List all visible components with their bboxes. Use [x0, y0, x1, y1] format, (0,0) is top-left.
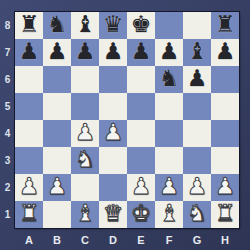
square-b7[interactable]: ♟ — [43, 39, 71, 66]
square-c7[interactable]: ♟ — [71, 39, 99, 66]
piece-black-pawn[interactable]: ♟ — [215, 40, 236, 63]
piece-white-pawn[interactable]: ♟ — [215, 175, 236, 198]
chess-diagram: 87654321 ♜♞♝♛♚♜♟♟♟♟♟♟♝♟♞♟♟♟♞♟♟♟♟♟♟♜♝♛♚♝♞… — [0, 0, 250, 250]
square-g7[interactable]: ♝ — [183, 39, 211, 66]
square-f6[interactable]: ♞ — [155, 66, 183, 93]
square-e7[interactable]: ♟ — [127, 39, 155, 66]
rank-label-4: 4 — [0, 120, 15, 147]
square-d3[interactable] — [99, 147, 127, 174]
piece-black-pawn[interactable]: ♟ — [159, 40, 180, 63]
square-a7[interactable]: ♟ — [15, 39, 43, 66]
piece-white-pawn[interactable]: ♟ — [187, 175, 208, 198]
piece-black-pawn[interactable]: ♟ — [75, 40, 96, 63]
square-e8[interactable]: ♚ — [127, 12, 155, 39]
piece-white-queen[interactable]: ♛ — [103, 202, 124, 225]
square-f7[interactable]: ♟ — [155, 39, 183, 66]
rank-label-6: 6 — [0, 66, 15, 93]
piece-black-rook[interactable]: ♜ — [215, 13, 236, 36]
square-h4[interactable] — [211, 120, 239, 147]
square-c2[interactable] — [71, 174, 99, 201]
square-a6[interactable] — [15, 66, 43, 93]
piece-black-pawn[interactable]: ♟ — [103, 40, 124, 63]
piece-white-pawn[interactable]: ♟ — [19, 175, 40, 198]
square-e2[interactable]: ♟ — [127, 174, 155, 201]
chess-board[interactable]: ♜♞♝♛♚♜♟♟♟♟♟♟♝♟♞♟♟♟♞♟♟♟♟♟♟♜♝♛♚♝♞♜ — [15, 12, 239, 228]
file-label-g: G — [183, 231, 211, 248]
piece-black-pawn[interactable]: ♟ — [131, 40, 152, 63]
square-a3[interactable] — [15, 147, 43, 174]
square-g5[interactable] — [183, 93, 211, 120]
square-d5[interactable] — [99, 93, 127, 120]
square-g6[interactable]: ♟ — [183, 66, 211, 93]
rank-label-5: 5 — [0, 93, 15, 120]
piece-black-pawn[interactable]: ♟ — [47, 40, 68, 63]
square-f3[interactable] — [155, 147, 183, 174]
square-e1[interactable]: ♚ — [127, 201, 155, 228]
square-g8[interactable] — [183, 12, 211, 39]
square-b6[interactable] — [43, 66, 71, 93]
square-c5[interactable] — [71, 93, 99, 120]
square-h6[interactable] — [211, 66, 239, 93]
file-label-f: F — [155, 231, 183, 248]
piece-white-knight[interactable]: ♞ — [75, 148, 96, 171]
piece-white-king[interactable]: ♚ — [131, 202, 152, 225]
square-e6[interactable] — [127, 66, 155, 93]
piece-white-bishop[interactable]: ♝ — [75, 202, 96, 225]
piece-black-pawn[interactable]: ♟ — [187, 67, 208, 90]
square-c6[interactable] — [71, 66, 99, 93]
square-c8[interactable]: ♝ — [71, 12, 99, 39]
square-g4[interactable] — [183, 120, 211, 147]
rank-label-7: 7 — [0, 39, 15, 66]
square-d1[interactable]: ♛ — [99, 201, 127, 228]
square-f2[interactable]: ♟ — [155, 174, 183, 201]
piece-white-rook[interactable]: ♜ — [19, 202, 40, 225]
file-label-e: E — [127, 231, 155, 248]
rank-labels: 87654321 — [0, 12, 15, 228]
piece-black-king[interactable]: ♚ — [131, 13, 152, 36]
file-label-a: A — [15, 231, 43, 248]
square-d2[interactable] — [99, 174, 127, 201]
square-e5[interactable] — [127, 93, 155, 120]
piece-black-pawn[interactable]: ♟ — [19, 40, 40, 63]
square-g2[interactable]: ♟ — [183, 174, 211, 201]
square-f4[interactable] — [155, 120, 183, 147]
rank-label-8: 8 — [0, 12, 15, 39]
rank-label-3: 3 — [0, 147, 15, 174]
piece-white-bishop[interactable]: ♝ — [159, 202, 180, 225]
piece-black-rook[interactable]: ♜ — [19, 13, 40, 36]
square-d4[interactable]: ♟ — [99, 120, 127, 147]
square-a5[interactable] — [15, 93, 43, 120]
square-c1[interactable]: ♝ — [71, 201, 99, 228]
rank-label-1: 1 — [0, 201, 15, 228]
square-b8[interactable]: ♞ — [43, 12, 71, 39]
square-h5[interactable] — [211, 93, 239, 120]
square-a4[interactable] — [15, 120, 43, 147]
square-c4[interactable]: ♟ — [71, 120, 99, 147]
file-labels: ABCDEFGH — [15, 231, 239, 248]
square-h3[interactable] — [211, 147, 239, 174]
square-a1[interactable]: ♜ — [15, 201, 43, 228]
piece-white-pawn[interactable]: ♟ — [47, 175, 68, 198]
square-e4[interactable] — [127, 120, 155, 147]
square-g3[interactable] — [183, 147, 211, 174]
piece-black-knight[interactable]: ♞ — [159, 67, 180, 90]
square-b1[interactable] — [43, 201, 71, 228]
piece-black-bishop[interactable]: ♝ — [75, 13, 96, 36]
file-label-d: D — [99, 231, 127, 248]
square-b5[interactable] — [43, 93, 71, 120]
square-h8[interactable]: ♜ — [211, 12, 239, 39]
piece-black-knight[interactable]: ♞ — [47, 13, 68, 36]
square-f8[interactable] — [155, 12, 183, 39]
square-d8[interactable]: ♛ — [99, 12, 127, 39]
square-h7[interactable]: ♟ — [211, 39, 239, 66]
square-d6[interactable] — [99, 66, 127, 93]
square-b2[interactable]: ♟ — [43, 174, 71, 201]
square-f1[interactable]: ♝ — [155, 201, 183, 228]
square-h2[interactable]: ♟ — [211, 174, 239, 201]
piece-white-pawn[interactable]: ♟ — [131, 175, 152, 198]
piece-white-pawn[interactable]: ♟ — [75, 121, 96, 144]
square-c3[interactable]: ♞ — [71, 147, 99, 174]
square-a2[interactable]: ♟ — [15, 174, 43, 201]
piece-black-queen[interactable]: ♛ — [103, 13, 124, 36]
rank-label-2: 2 — [0, 174, 15, 201]
file-label-b: B — [43, 231, 71, 248]
square-e3[interactable] — [127, 147, 155, 174]
file-label-h: H — [211, 231, 239, 248]
square-a8[interactable]: ♜ — [15, 12, 43, 39]
square-f5[interactable] — [155, 93, 183, 120]
square-g1[interactable]: ♞ — [183, 201, 211, 228]
piece-white-pawn[interactable]: ♟ — [159, 175, 180, 198]
piece-white-rook[interactable]: ♜ — [215, 202, 236, 225]
piece-black-bishop[interactable]: ♝ — [187, 40, 208, 63]
file-label-c: C — [71, 231, 99, 248]
square-b4[interactable] — [43, 120, 71, 147]
piece-white-pawn[interactable]: ♟ — [103, 121, 124, 144]
square-h1[interactable]: ♜ — [211, 201, 239, 228]
square-b3[interactable] — [43, 147, 71, 174]
square-d7[interactable]: ♟ — [99, 39, 127, 66]
piece-white-knight[interactable]: ♞ — [187, 202, 208, 225]
